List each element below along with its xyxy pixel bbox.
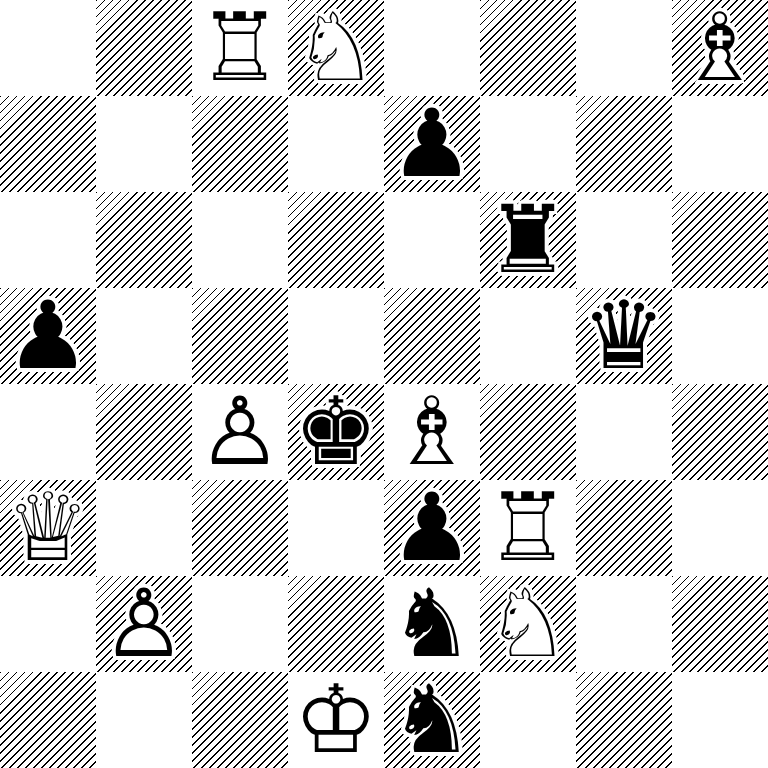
square-c4[interactable]: ♟♙ [192,384,288,480]
square-h3[interactable] [672,480,768,576]
black-pawn-icon: ♟ [6,288,90,384]
square-g2[interactable] [576,576,672,672]
square-c8[interactable]: ♜♖ [192,0,288,96]
black-king-icon: ♚ [294,384,378,480]
square-h4[interactable] [672,384,768,480]
square-e4[interactable]: ♝♗ [384,384,480,480]
white-king[interactable]: ♚♔ [288,672,384,768]
square-f1[interactable] [480,672,576,768]
white-pawn[interactable]: ♟♙ [192,384,288,480]
black-pawn[interactable]: ♟♟ [384,480,480,576]
white-knight[interactable]: ♞♘ [288,0,384,96]
black-knight[interactable]: ♞♞ [384,672,480,768]
black-rook[interactable]: ♜♜ [480,192,576,288]
black-queen[interactable]: ♛♛ [576,288,672,384]
square-b2[interactable]: ♟♙ [96,576,192,672]
square-d8[interactable]: ♞♘ [288,0,384,96]
chessboard: ♜♖♞♘♝♗♟♟♜♜♟♟♛♛♟♙♚♚♝♗♛♕♟♟♜♖♟♙♞♞♞♘♚♔♞♞ [0,0,768,768]
black-knight-icon: ♞ [390,672,474,768]
square-h5[interactable] [672,288,768,384]
square-h1[interactable] [672,672,768,768]
square-d4[interactable]: ♚♚ [288,384,384,480]
square-f7[interactable] [480,96,576,192]
square-c2[interactable] [192,576,288,672]
white-pawn[interactable]: ♟♙ [96,576,192,672]
black-pawn-icon: ♟ [390,480,474,576]
white-bishop[interactable]: ♝♗ [672,0,768,96]
square-g5[interactable]: ♛♛ [576,288,672,384]
square-h2[interactable] [672,576,768,672]
square-h6[interactable] [672,192,768,288]
white-bishop[interactable]: ♝♗ [384,384,480,480]
square-a1[interactable] [0,672,96,768]
square-d7[interactable] [288,96,384,192]
white-king-icon: ♔ [294,672,378,768]
square-e1[interactable]: ♞♞ [384,672,480,768]
square-d1[interactable]: ♚♔ [288,672,384,768]
square-d3[interactable] [288,480,384,576]
square-b1[interactable] [96,672,192,768]
black-knight-icon: ♞ [390,576,474,672]
square-f2[interactable]: ♞♘ [480,576,576,672]
chessboard-window: ♜♖♞♘♝♗♟♟♜♜♟♟♛♛♟♙♚♚♝♗♛♕♟♟♜♖♟♙♞♞♞♘♚♔♞♞ [0,0,768,768]
square-c6[interactable] [192,192,288,288]
square-f8[interactable] [480,0,576,96]
square-g6[interactable] [576,192,672,288]
square-e6[interactable] [384,192,480,288]
white-rook-icon: ♖ [198,0,282,96]
white-bishop-icon: ♗ [390,384,474,480]
black-queen-icon: ♛ [582,288,666,384]
square-d6[interactable] [288,192,384,288]
black-pawn-icon: ♟ [390,96,474,192]
white-pawn-icon: ♙ [198,384,282,480]
square-g4[interactable] [576,384,672,480]
white-knight-icon: ♘ [294,0,378,96]
white-queen-icon: ♕ [6,480,90,576]
square-e3[interactable]: ♟♟ [384,480,480,576]
square-c3[interactable] [192,480,288,576]
square-f4[interactable] [480,384,576,480]
white-rook-icon: ♖ [486,480,570,576]
white-queen[interactable]: ♛♕ [0,480,96,576]
square-a7[interactable] [0,96,96,192]
white-rook[interactable]: ♜♖ [192,0,288,96]
square-f6[interactable]: ♜♜ [480,192,576,288]
black-pawn[interactable]: ♟♟ [384,96,480,192]
black-knight[interactable]: ♞♞ [384,576,480,672]
square-a2[interactable] [0,576,96,672]
square-e7[interactable]: ♟♟ [384,96,480,192]
square-c7[interactable] [192,96,288,192]
square-d2[interactable] [288,576,384,672]
square-f3[interactable]: ♜♖ [480,480,576,576]
square-a5[interactable]: ♟♟ [0,288,96,384]
square-g8[interactable] [576,0,672,96]
white-rook[interactable]: ♜♖ [480,480,576,576]
square-g7[interactable] [576,96,672,192]
square-h8[interactable]: ♝♗ [672,0,768,96]
square-e2[interactable]: ♞♞ [384,576,480,672]
square-f5[interactable] [480,288,576,384]
square-e5[interactable] [384,288,480,384]
black-rook-icon: ♜ [486,192,570,288]
square-a4[interactable] [0,384,96,480]
square-b8[interactable] [96,0,192,96]
white-knight[interactable]: ♞♘ [480,576,576,672]
square-c5[interactable] [192,288,288,384]
square-b6[interactable] [96,192,192,288]
square-a3[interactable]: ♛♕ [0,480,96,576]
black-pawn[interactable]: ♟♟ [0,288,96,384]
square-e8[interactable] [384,0,480,96]
white-bishop-icon: ♗ [678,0,762,96]
square-b7[interactable] [96,96,192,192]
black-king[interactable]: ♚♚ [288,384,384,480]
square-a6[interactable] [0,192,96,288]
square-b4[interactable] [96,384,192,480]
square-g1[interactable] [576,672,672,768]
square-g3[interactable] [576,480,672,576]
white-pawn-icon: ♙ [102,576,186,672]
square-c1[interactable] [192,672,288,768]
square-b5[interactable] [96,288,192,384]
square-h7[interactable] [672,96,768,192]
white-knight-icon: ♘ [486,576,570,672]
square-d5[interactable] [288,288,384,384]
square-b3[interactable] [96,480,192,576]
square-a8[interactable] [0,0,96,96]
